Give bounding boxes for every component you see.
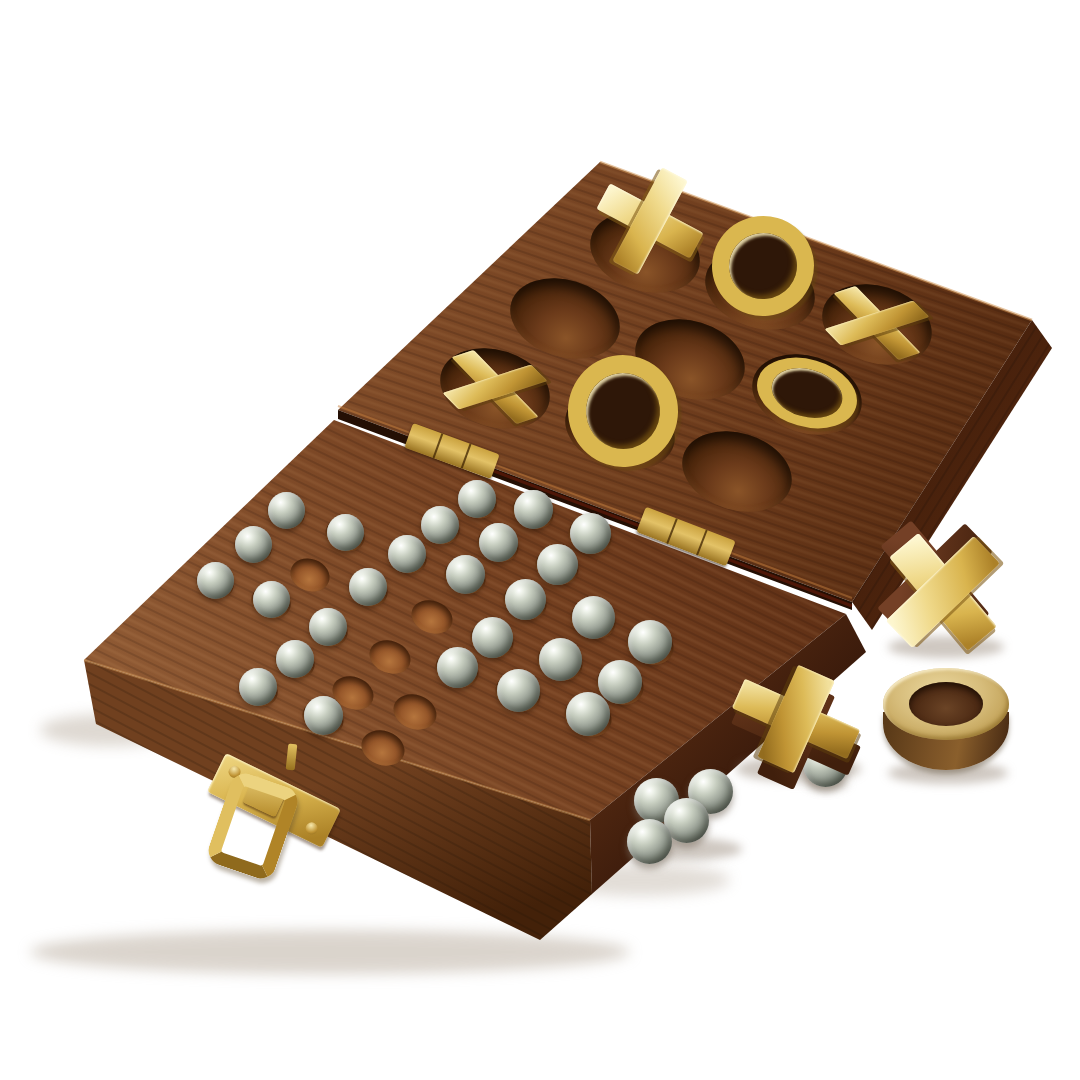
sol-ball-r4c3[interactable] (472, 617, 513, 658)
sol-ball-r0c3[interactable] (235, 526, 272, 563)
sol-ball-r3c0[interactable] (514, 490, 553, 529)
sol-ball-r2c3[interactable] (349, 568, 387, 606)
sol-hole-r4c6[interactable] (357, 725, 410, 772)
ttt-piece-x-flat-r0c2[interactable] (814, 276, 939, 370)
sol-ball-r2c6[interactable] (239, 668, 277, 706)
sol-ball-r1c2[interactable] (327, 514, 364, 551)
ttt-piece-x-standing-r0c0[interactable] (578, 149, 721, 292)
loose-ball-5[interactable] (627, 819, 672, 864)
sol-hole-r1c3[interactable] (286, 553, 335, 597)
sol-ball-r5c3[interactable] (539, 638, 582, 681)
sol-hole-r4c5[interactable] (389, 689, 442, 736)
spare-x-standing-brass[interactable] (879, 528, 1007, 656)
sol-ball-r3c2[interactable] (446, 555, 485, 594)
sol-ball-r3c6[interactable] (304, 696, 343, 735)
pieces-layer (0, 0, 1080, 1080)
sol-ball-r2c0[interactable] (458, 480, 496, 518)
sol-ball-r3c1[interactable] (479, 523, 518, 562)
sol-hole-r3c3[interactable] (407, 595, 457, 639)
spare-o-ring-hole (909, 682, 983, 726)
sol-ball-r0c4[interactable] (197, 562, 234, 599)
ttt-piece-x-flat-r2c0[interactable] (432, 340, 557, 434)
sol-ball-r5c4[interactable] (497, 669, 540, 712)
sol-ball-r4c4[interactable] (437, 647, 478, 688)
sol-ball-r0c2[interactable] (268, 492, 305, 529)
sol-ball-r6c2[interactable] (628, 620, 672, 664)
sol-ball-r2c5[interactable] (276, 640, 314, 678)
games-box-product-photo (0, 0, 1080, 1080)
sol-ball-r2c4[interactable] (309, 608, 347, 646)
sol-ball-r4c1[interactable] (537, 544, 578, 585)
sol-ball-r2c2[interactable] (388, 535, 426, 573)
sol-ball-r5c2[interactable] (572, 596, 615, 639)
sol-ball-r6c4[interactable] (566, 692, 610, 736)
ttt-hole-r2c2[interactable] (672, 418, 802, 524)
sol-ball-r1c4[interactable] (253, 581, 290, 618)
sol-hole-r3c4[interactable] (365, 635, 415, 679)
sol-ball-r4c2[interactable] (505, 579, 546, 620)
sol-ball-r2c1[interactable] (421, 506, 459, 544)
sol-ball-r4c0[interactable] (570, 513, 611, 554)
sol-ball-r6c3[interactable] (598, 660, 642, 704)
